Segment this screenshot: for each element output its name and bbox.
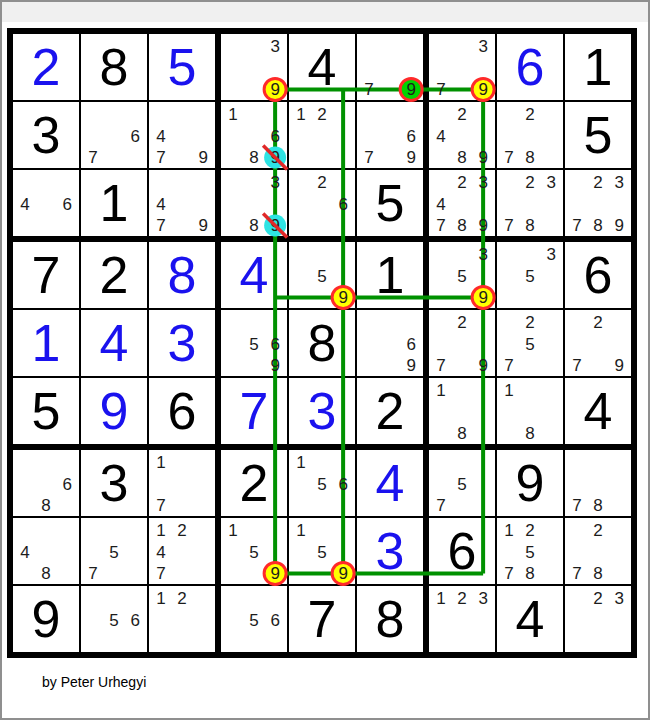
candidate-3: 3 [270,173,279,190]
solved-digit: 9 [81,378,147,444]
given-digit: 2 [81,242,147,308]
solved-digit: 3 [357,518,423,584]
candidate-8: 8 [593,217,602,234]
candidate-5: 5 [457,475,466,492]
given-digit: 9 [13,586,79,652]
cell-r7c4[interactable]: 2 [221,450,287,516]
given-digit: 6 [149,378,215,444]
cell-r9c1[interactable]: 9 [13,586,79,652]
candidate-8: 8 [457,149,466,166]
candidate-8: 8 [41,497,50,514]
given-digit: 7 [289,586,355,652]
given-digit: 6 [565,242,631,308]
cell-r9c2[interactable]: 56 [81,586,147,652]
candidate-6: 6 [338,195,347,212]
candidate-3: 3 [478,245,487,262]
given-digit: 2 [357,378,423,444]
candidate-4: 4 [436,195,445,212]
given-digit: 8 [357,586,423,652]
candidate-6: 6 [406,335,415,352]
candidate-9: 9 [478,289,487,306]
candidate-7: 7 [572,565,581,582]
cell-r4c2[interactable]: 2 [81,242,147,308]
candidate-2: 2 [317,105,326,122]
cell-r4c6[interactable]: 1 [357,242,423,308]
candidate-7: 7 [156,565,165,582]
given-digit: 4 [497,586,563,652]
candidate-9: 9 [406,81,415,98]
cell-r7c8[interactable]: 9 [497,450,563,516]
cell-r6c2[interactable]: 9 [81,378,147,444]
cell-r6c8[interactable]: 18 [497,378,563,444]
candidate-5: 5 [457,267,466,284]
candidate-6: 6 [62,195,71,212]
candidate-2: 2 [525,521,534,538]
candidate-2: 2 [593,521,602,538]
candidate-3: 3 [478,37,487,54]
candidate-3: 3 [614,589,623,606]
cell-r3c9[interactable]: 23789 [565,170,631,236]
candidate-9: 9 [614,217,623,234]
cell-r4c8[interactable]: 35 [497,242,563,308]
cell-r2c2[interactable]: 67 [81,102,147,168]
cell-r2c3[interactable]: 479 [149,102,215,168]
candidate-2: 2 [525,173,534,190]
cell-r4c5[interactable]: 59 [289,242,355,308]
candidate-2: 2 [317,173,326,190]
candidate-5: 5 [317,475,326,492]
cell-r6c6[interactable]: 2 [357,378,423,444]
candidate-9: 9 [270,565,279,582]
given-digit: 3 [81,450,147,516]
solved-digit: 1 [13,310,79,376]
cell-r1c8[interactable]: 6 [497,34,563,100]
candidate-9: 9 [478,357,487,374]
candidate-2: 2 [593,173,602,190]
solved-digit: 4 [221,242,287,308]
solved-digit: 6 [497,34,563,100]
candidate-9: 9 [270,217,279,234]
candidate-9: 9 [478,149,487,166]
candidate-4: 4 [436,127,445,144]
solved-digit: 2 [13,34,79,100]
cell-r2c5[interactable]: 12 [289,102,355,168]
candidate-5: 5 [249,611,258,628]
given-digit: 8 [289,310,355,376]
cell-r7c3[interactable]: 17 [149,450,215,516]
solved-digit: 3 [149,310,215,376]
cell-r3c4[interactable]: 389 [221,170,287,236]
cell-r6c7[interactable]: 18 [429,378,495,444]
candidate-3: 3 [270,37,279,54]
cell-r3c7[interactable]: 234789 [429,170,495,236]
cell-r9c9[interactable]: 23 [565,586,631,652]
candidate-4: 4 [156,195,165,212]
cell-r5c9[interactable]: 279 [565,310,631,376]
cell-r9c3[interactable]: 12 [149,586,215,652]
candidate-7: 7 [156,149,165,166]
solved-digit: 3 [289,378,355,444]
candidate-2: 2 [593,313,602,330]
sudoku-board: 2853947937961367479168912679248927854614… [7,28,637,658]
candidate-9: 9 [198,149,207,166]
window: 2853947937961367479168912679248927854614… [0,0,650,720]
solved-digit: 5 [149,34,215,100]
cell-r7c2[interactable]: 3 [81,450,147,516]
candidate-2: 2 [593,589,602,606]
candidate-6: 6 [62,475,71,492]
candidate-1: 1 [156,521,165,538]
candidate-9: 9 [270,357,279,374]
given-digit: 1 [565,34,631,100]
candidate-2: 2 [457,313,466,330]
candidate-8: 8 [525,565,534,582]
candidate-8: 8 [593,497,602,514]
cell-r8c9[interactable]: 278 [565,518,631,584]
cell-r6c4[interactable]: 7 [221,378,287,444]
given-digit: 1 [357,242,423,308]
candidate-7: 7 [364,81,373,98]
candidate-6: 6 [130,127,139,144]
candidate-9: 9 [270,81,279,98]
given-digit: 9 [497,450,563,516]
candidate-1: 1 [296,453,305,470]
cell-r6c3[interactable]: 6 [149,378,215,444]
given-digit: 1 [81,170,147,236]
given-digit: 5 [357,170,423,236]
candidate-1: 1 [504,381,513,398]
candidate-9: 9 [614,357,623,374]
candidate-7: 7 [88,565,97,582]
cell-r1c6[interactable]: 79 [357,34,423,100]
cell-r2c1[interactable]: 3 [13,102,79,168]
given-digit: 6 [429,518,495,584]
candidate-9: 9 [338,289,347,306]
candidate-5: 5 [109,543,118,560]
candidate-8: 8 [525,425,534,442]
candidate-7: 7 [572,357,581,374]
candidate-9: 9 [478,81,487,98]
cell-r8c4[interactable]: 159 [221,518,287,584]
candidate-3: 3 [546,245,555,262]
cell-r2c9[interactable]: 5 [565,102,631,168]
candidate-4: 4 [20,195,29,212]
cell-r2c4[interactable]: 1689 [221,102,287,168]
candidate-5: 5 [317,543,326,560]
candidate-5: 5 [525,543,534,560]
candidate-4: 4 [156,127,165,144]
candidate-9: 9 [406,149,415,166]
cell-r3c5[interactable]: 26 [289,170,355,236]
candidate-2: 2 [457,105,466,122]
candidate-3: 3 [478,589,487,606]
solved-digit: 7 [221,378,287,444]
candidate-1: 1 [436,381,445,398]
candidate-9: 9 [338,565,347,582]
candidate-7: 7 [572,217,581,234]
candidate-1: 1 [228,521,237,538]
cell-r9c7[interactable]: 123 [429,586,495,652]
candidate-8: 8 [457,425,466,442]
candidate-6: 6 [406,127,415,144]
candidate-5: 5 [249,543,258,560]
cell-r1c4[interactable]: 39 [221,34,287,100]
cell-r8c2[interactable]: 57 [81,518,147,584]
cell-r9c4[interactable]: 56 [221,586,287,652]
given-digit: 8 [81,34,147,100]
solved-digit: 4 [357,450,423,516]
solved-digit: 4 [81,310,147,376]
cell-r9c5[interactable]: 7 [289,586,355,652]
cell-r8c6[interactable]: 3 [357,518,423,584]
candidate-5: 5 [317,267,326,284]
candidate-1: 1 [504,521,513,538]
given-digit: 3 [13,102,79,168]
cell-r4c3[interactable]: 8 [149,242,215,308]
candidate-6: 6 [270,127,279,144]
cell-r9c8[interactable]: 4 [497,586,563,652]
cell-r2c6[interactable]: 679 [357,102,423,168]
cell-r1c3[interactable]: 5 [149,34,215,100]
candidate-3: 3 [546,173,555,190]
cell-r8c5[interactable]: 159 [289,518,355,584]
candidate-7: 7 [436,357,445,374]
cell-r1c9[interactable]: 1 [565,34,631,100]
candidate-1: 1 [156,589,165,606]
given-digit: 5 [565,102,631,168]
candidate-8: 8 [593,565,602,582]
given-digit: 5 [13,378,79,444]
cell-r6c9[interactable]: 4 [565,378,631,444]
cell-r3c1[interactable]: 46 [13,170,79,236]
candidate-7: 7 [156,497,165,514]
candidate-8: 8 [41,565,50,582]
candidate-2: 2 [457,173,466,190]
candidate-8: 8 [525,149,534,166]
candidate-8: 8 [525,217,534,234]
cell-r5c3[interactable]: 3 [149,310,215,376]
candidate-2: 2 [177,521,186,538]
candidate-9: 9 [198,217,207,234]
cell-r5c7[interactable]: 279 [429,310,495,376]
cell-r2c8[interactable]: 278 [497,102,563,168]
candidate-5: 5 [525,335,534,352]
candidate-2: 2 [457,589,466,606]
candidate-1: 1 [156,453,165,470]
cell-r6c5[interactable]: 3 [289,378,355,444]
candidate-6: 6 [130,611,139,628]
candidate-2: 2 [525,105,534,122]
cell-r3c6[interactable]: 5 [357,170,423,236]
cell-r3c8[interactable]: 2378 [497,170,563,236]
author-credit: by Peter Urhegyi [42,674,648,690]
candidate-2: 2 [525,313,534,330]
cell-r4c1[interactable]: 7 [13,242,79,308]
candidate-7: 7 [88,149,97,166]
cell-r7c6[interactable]: 4 [357,450,423,516]
candidate-7: 7 [504,217,513,234]
candidate-5: 5 [249,335,258,352]
given-digit: 4 [565,378,631,444]
cell-r5c8[interactable]: 257 [497,310,563,376]
candidate-8: 8 [249,149,258,166]
cell-r1c2[interactable]: 8 [81,34,147,100]
given-digit: 2 [221,450,287,516]
cell-r5c2[interactable]: 4 [81,310,147,376]
given-digit: 7 [13,242,79,308]
given-digit: 4 [289,34,355,100]
candidate-3: 3 [478,173,487,190]
cell-r3c3[interactable]: 479 [149,170,215,236]
candidate-2: 2 [177,589,186,606]
cell-r6c1[interactable]: 5 [13,378,79,444]
cell-r3c2[interactable]: 1 [81,170,147,236]
cell-r8c8[interactable]: 12578 [497,518,563,584]
cell-r5c5[interactable]: 8 [289,310,355,376]
cell-r7c1[interactable]: 68 [13,450,79,516]
cell-r5c4[interactable]: 569 [221,310,287,376]
cell-r1c7[interactable]: 379 [429,34,495,100]
candidate-8: 8 [249,217,258,234]
cell-r7c9[interactable]: 78 [565,450,631,516]
cell-r8c7[interactable]: 6 [429,518,495,584]
cell-r5c1[interactable]: 1 [13,310,79,376]
candidate-5: 5 [525,267,534,284]
candidate-1: 1 [436,589,445,606]
cell-r8c1[interactable]: 48 [13,518,79,584]
header-bar [2,2,648,22]
candidate-6: 6 [270,335,279,352]
cell-r1c1[interactable]: 2 [13,34,79,100]
candidate-7: 7 [156,217,165,234]
candidate-7: 7 [504,565,513,582]
candidate-6: 6 [270,611,279,628]
cell-r4c4[interactable]: 4 [221,242,287,308]
candidate-7: 7 [572,497,581,514]
cell-r5c6[interactable]: 69 [357,310,423,376]
candidate-7: 7 [436,217,445,234]
candidate-9: 9 [270,149,279,166]
cell-r4c7[interactable]: 359 [429,242,495,308]
candidate-3: 3 [614,173,623,190]
candidate-9: 9 [406,357,415,374]
candidate-9: 9 [478,217,487,234]
cell-r9c6[interactable]: 8 [357,586,423,652]
candidate-4: 4 [20,543,29,560]
candidate-7: 7 [436,81,445,98]
candidate-7: 7 [504,149,513,166]
candidate-4: 4 [156,543,165,560]
cell-r7c5[interactable]: 156 [289,450,355,516]
candidate-8: 8 [457,217,466,234]
cell-r7c7[interactable]: 57 [429,450,495,516]
candidate-1: 1 [296,521,305,538]
cell-r8c3[interactable]: 1247 [149,518,215,584]
cell-r2c7[interactable]: 2489 [429,102,495,168]
candidate-7: 7 [364,149,373,166]
candidate-5: 5 [109,611,118,628]
cell-r4c9[interactable]: 6 [565,242,631,308]
candidate-7: 7 [436,497,445,514]
candidate-1: 1 [296,105,305,122]
solved-digit: 8 [149,242,215,308]
candidate-1: 1 [228,105,237,122]
candidate-7: 7 [504,357,513,374]
cell-r1c5[interactable]: 4 [289,34,355,100]
candidate-6: 6 [338,475,347,492]
